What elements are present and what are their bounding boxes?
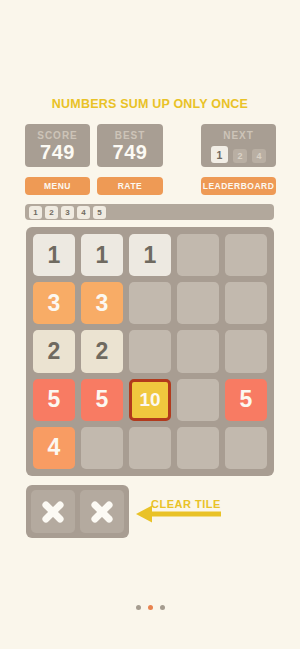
- board-tile-selected[interactable]: 10: [129, 379, 171, 421]
- app-screen: NUMBERS SUM UP ONLY ONCE SCORE 749 BEST …: [0, 0, 300, 649]
- board-empty-cell: [81, 427, 123, 469]
- page-dot[interactable]: [160, 605, 165, 610]
- board-tile[interactable]: 3: [33, 282, 75, 324]
- next-tile-active: 1: [211, 146, 228, 163]
- board-empty-cell: [177, 330, 219, 372]
- board-tile[interactable]: 5: [225, 379, 267, 421]
- board-empty-cell: [225, 330, 267, 372]
- board-empty-cell: [177, 379, 219, 421]
- score-value: 749: [25, 142, 90, 162]
- board-empty-cell: [177, 282, 219, 324]
- next-tiles: 124: [201, 146, 276, 163]
- best-value: 749: [97, 142, 163, 162]
- board-tile[interactable]: 4: [33, 427, 75, 469]
- board-empty-cell: [225, 427, 267, 469]
- leaderboard-button[interactable]: LEADERBOARD: [201, 177, 276, 195]
- next-box: NEXT 124: [201, 124, 276, 167]
- menu-button[interactable]: MENU: [25, 177, 90, 195]
- tagline: NUMBERS SUM UP ONLY ONCE: [0, 97, 300, 111]
- best-box: BEST 749: [97, 124, 163, 167]
- page-indicator: [0, 605, 300, 610]
- board-empty-cell: [177, 427, 219, 469]
- board-tile[interactable]: 2: [81, 330, 123, 372]
- progress-tile: 1: [29, 206, 42, 219]
- best-label: BEST: [97, 131, 163, 141]
- clear-tile-button[interactable]: [31, 490, 75, 533]
- game-board: 1113322551054: [26, 227, 274, 476]
- rate-button[interactable]: RATE: [97, 177, 163, 195]
- unlocked-tiles-bar: 12345: [25, 204, 274, 220]
- page-dot-active[interactable]: [148, 605, 153, 610]
- board-tile[interactable]: 2: [33, 330, 75, 372]
- board-empty-cell: [129, 427, 171, 469]
- next-label: NEXT: [201, 131, 276, 141]
- board-tile[interactable]: 1: [129, 234, 171, 276]
- board-tile[interactable]: 1: [33, 234, 75, 276]
- progress-tile: 3: [61, 206, 74, 219]
- score-box: SCORE 749: [25, 124, 90, 167]
- progress-tile: 2: [45, 206, 58, 219]
- board-empty-cell: [225, 282, 267, 324]
- progress-tile: 5: [93, 206, 106, 219]
- board-tile[interactable]: 1: [81, 234, 123, 276]
- next-tile: 4: [252, 149, 266, 163]
- arrow-left-icon: [135, 504, 223, 524]
- board-tile[interactable]: 5: [33, 379, 75, 421]
- score-label: SCORE: [25, 131, 90, 141]
- board-empty-cell: [129, 282, 171, 324]
- progress-tile: 4: [77, 206, 90, 219]
- next-tile: 2: [233, 149, 247, 163]
- board-tile[interactable]: 3: [81, 282, 123, 324]
- board-empty-cell: [129, 330, 171, 372]
- board-empty-cell: [177, 234, 219, 276]
- board-tile[interactable]: 5: [81, 379, 123, 421]
- clear-tile-tray: [26, 485, 129, 538]
- clear-tile-button[interactable]: [80, 490, 124, 533]
- board-empty-cell: [225, 234, 267, 276]
- page-dot[interactable]: [136, 605, 141, 610]
